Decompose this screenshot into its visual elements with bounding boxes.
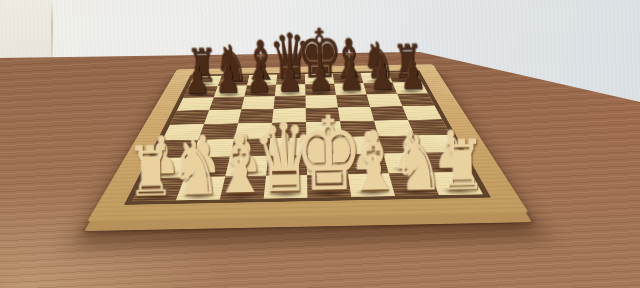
black-pawn[interactable]: ♟ xyxy=(276,59,303,99)
square-e1[interactable]: ♚ xyxy=(307,174,351,198)
black-pawn[interactable]: ♟ xyxy=(307,58,334,98)
square-g7[interactable]: ♟ xyxy=(363,83,397,95)
photo-scene: ♜♞♝♛♚♝♞♜♟♟♟♟♟♟♟♟♟♟♟♟♟♟♟♟♜♞♝♛♚♝♞♜ xyxy=(0,0,640,288)
chess-board: ♜♞♝♛♚♝♞♜♟♟♟♟♟♟♟♟♟♟♟♟♟♟♟♟♜♞♝♛♚♝♞♜ xyxy=(87,64,529,222)
black-pawn[interactable]: ♟ xyxy=(215,60,242,100)
black-pawn[interactable]: ♟ xyxy=(400,56,427,96)
square-c7[interactable]: ♟ xyxy=(244,85,276,97)
white-king[interactable]: ♚ xyxy=(294,102,364,206)
white-rook[interactable]: ♜ xyxy=(127,136,174,206)
black-pawn[interactable]: ♟ xyxy=(369,57,396,97)
chess-board-wrap: ♜♞♝♛♚♝♞♜♟♟♟♟♟♟♟♟♟♟♟♟♟♟♟♟♜♞♝♛♚♝♞♜ xyxy=(141,0,471,287)
white-rook[interactable]: ♜ xyxy=(439,130,486,200)
black-pawn[interactable]: ♟ xyxy=(246,59,273,99)
wall-corner-line xyxy=(51,0,53,62)
black-pawn[interactable]: ♟ xyxy=(184,61,211,101)
black-pawn[interactable]: ♟ xyxy=(338,58,365,98)
